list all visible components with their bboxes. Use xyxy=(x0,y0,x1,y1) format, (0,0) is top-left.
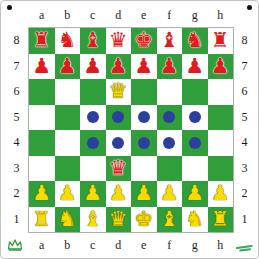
square-g2[interactable]: ♟ xyxy=(182,181,208,207)
square-h7[interactable]: ♟ xyxy=(208,54,234,80)
rank-label-2: 2 xyxy=(6,181,27,207)
square-e8[interactable]: ♚ xyxy=(131,28,157,54)
square-d4[interactable] xyxy=(106,130,132,156)
square-e7[interactable]: ♟ xyxy=(131,54,157,80)
rank-label-6: 6 xyxy=(234,79,255,105)
file-labels-bottom: abcdefgh xyxy=(29,234,233,256)
square-e3[interactable] xyxy=(131,156,157,182)
rank-labels-right: 87654321 xyxy=(234,28,255,232)
square-a8[interactable]: ♜ xyxy=(29,28,55,54)
file-label-h: h xyxy=(208,4,234,26)
piece-red-pawn[interactable]: ♟ xyxy=(134,54,153,80)
piece-red-pawn[interactable]: ♟ xyxy=(83,54,102,80)
file-label-g: g xyxy=(182,234,208,256)
move-dot xyxy=(112,111,124,123)
square-h8[interactable]: ♜ xyxy=(208,28,234,54)
piece-yellow-pawn[interactable]: ♟ xyxy=(185,181,204,207)
piece-red-pawn[interactable]: ♟ xyxy=(58,54,77,80)
piece-red-pawn[interactable]: ♟ xyxy=(109,54,128,80)
rank-label-8: 8 xyxy=(234,28,255,54)
rank-label-5: 5 xyxy=(234,105,255,131)
square-b3[interactable] xyxy=(55,156,81,182)
move-dot xyxy=(87,137,99,149)
piece-red-bishop[interactable]: ♝ xyxy=(160,28,179,54)
rank-label-7: 7 xyxy=(234,54,255,80)
piece-yellow-pawn[interactable]: ♟ xyxy=(83,181,102,207)
square-d1[interactable]: ♛ xyxy=(106,207,132,233)
piece-yellow-queen[interactable]: ♛ xyxy=(109,79,128,105)
rank-label-4: 4 xyxy=(234,130,255,156)
file-label-f: f xyxy=(157,4,183,26)
square-b6[interactable] xyxy=(55,79,81,105)
move-dot xyxy=(112,137,124,149)
rank-label-8: 8 xyxy=(6,28,27,54)
square-c8[interactable]: ♝ xyxy=(80,28,106,54)
file-label-b: b xyxy=(55,4,81,26)
square-f6[interactable] xyxy=(157,79,183,105)
square-g1[interactable]: ♞ xyxy=(182,207,208,233)
rank-label-6: 6 xyxy=(6,79,27,105)
file-label-d: d xyxy=(106,234,132,256)
square-f5[interactable] xyxy=(157,105,183,131)
move-dot xyxy=(163,137,175,149)
piece-yellow-bishop[interactable]: ♝ xyxy=(83,207,102,233)
file-label-e: e xyxy=(131,4,157,26)
square-c3[interactable] xyxy=(80,156,106,182)
rank-label-5: 5 xyxy=(6,105,27,131)
file-label-a: a xyxy=(29,4,55,26)
rank-label-7: 7 xyxy=(6,54,27,80)
piece-yellow-knight[interactable]: ♞ xyxy=(185,207,204,233)
file-label-g: g xyxy=(182,4,208,26)
square-g7[interactable]: ♟ xyxy=(182,54,208,80)
mounting-pin-icon xyxy=(7,5,12,10)
rank-labels-left: 87654321 xyxy=(6,28,27,232)
square-c6[interactable] xyxy=(80,79,106,105)
square-c1[interactable]: ♝ xyxy=(80,207,106,233)
piece-red-pawn[interactable]: ♟ xyxy=(185,54,204,80)
square-g6[interactable] xyxy=(182,79,208,105)
square-c5[interactable] xyxy=(80,105,106,131)
square-a1[interactable]: ♜ xyxy=(29,207,55,233)
file-label-b: b xyxy=(55,234,81,256)
square-h1[interactable]: ♜ xyxy=(208,207,234,233)
square-d7[interactable]: ♟ xyxy=(106,54,132,80)
piece-yellow-pawn[interactable]: ♟ xyxy=(211,181,230,207)
file-label-c: c xyxy=(80,4,106,26)
piece-red-rook[interactable]: ♜ xyxy=(211,28,230,54)
square-d5[interactable] xyxy=(106,105,132,131)
move-dot xyxy=(138,111,150,123)
square-c2[interactable]: ♟ xyxy=(80,181,106,207)
piece-yellow-bishop[interactable]: ♝ xyxy=(160,207,179,233)
square-g4[interactable] xyxy=(182,130,208,156)
square-b8[interactable]: ♞ xyxy=(55,28,81,54)
square-h6[interactable] xyxy=(208,79,234,105)
piece-red-king[interactable]: ♚ xyxy=(134,28,153,54)
piece-yellow-pawn[interactable]: ♟ xyxy=(109,181,128,207)
demo-chess-board: abcdefgh 87654321 87654321 abcdefgh ♜♞♝♛… xyxy=(0,0,259,259)
file-label-f: f xyxy=(157,234,183,256)
piece-red-pawn[interactable]: ♟ xyxy=(32,54,51,80)
square-e4[interactable] xyxy=(131,130,157,156)
piece-yellow-pawn[interactable]: ♟ xyxy=(134,181,153,207)
piece-red-bishop[interactable]: ♝ xyxy=(83,28,102,54)
square-g5[interactable] xyxy=(182,105,208,131)
square-e2[interactable]: ♟ xyxy=(131,181,157,207)
piece-red-rook[interactable]: ♜ xyxy=(32,28,51,54)
piece-red-queen[interactable]: ♛ xyxy=(109,28,128,54)
piece-yellow-pawn[interactable]: ♟ xyxy=(32,181,51,207)
rank-label-1: 1 xyxy=(234,207,255,233)
mounting-pin-icon xyxy=(247,5,252,10)
square-d8[interactable]: ♛ xyxy=(106,28,132,54)
piece-yellow-pawn[interactable]: ♟ xyxy=(160,181,179,207)
rank-label-3: 3 xyxy=(234,156,255,182)
square-d6[interactable]: ♛ xyxy=(106,79,132,105)
square-f3[interactable] xyxy=(157,156,183,182)
square-b2[interactable]: ♟ xyxy=(55,181,81,207)
chess-board-grid: ♜♞♝♛♚♝♞♜♟♟♟♟♟♟♟♟♛♛♟♟♟♟♟♟♟♟♜♞♝♛♚♝♞♜ xyxy=(28,27,234,233)
piece-yellow-rook[interactable]: ♜ xyxy=(211,207,230,233)
move-dot xyxy=(189,111,201,123)
piece-red-queen[interactable]: ♛ xyxy=(109,156,128,182)
square-h5[interactable] xyxy=(208,105,234,131)
square-c4[interactable] xyxy=(80,130,106,156)
piece-red-knight[interactable]: ♞ xyxy=(185,28,204,54)
square-b5[interactable] xyxy=(55,105,81,131)
rank-label-3: 3 xyxy=(6,156,27,182)
file-label-d: d xyxy=(106,4,132,26)
square-e6[interactable] xyxy=(131,79,157,105)
rank-label-4: 4 xyxy=(6,130,27,156)
rank-label-1: 1 xyxy=(6,207,27,233)
square-b1[interactable]: ♞ xyxy=(55,207,81,233)
square-b4[interactable] xyxy=(55,130,81,156)
crown-logo-icon xyxy=(7,238,23,251)
square-a2[interactable]: ♟ xyxy=(29,181,55,207)
square-f7[interactable]: ♟ xyxy=(157,54,183,80)
piece-yellow-queen[interactable]: ♛ xyxy=(109,207,128,233)
square-a3[interactable] xyxy=(29,156,55,182)
file-label-a: a xyxy=(29,234,55,256)
square-d2[interactable]: ♟ xyxy=(106,181,132,207)
piece-red-pawn[interactable]: ♟ xyxy=(211,54,230,80)
move-dot xyxy=(87,111,99,123)
square-c7[interactable]: ♟ xyxy=(80,54,106,80)
square-f8[interactable]: ♝ xyxy=(157,28,183,54)
piece-red-knight[interactable]: ♞ xyxy=(58,28,77,54)
square-h4[interactable] xyxy=(208,130,234,156)
square-h2[interactable]: ♟ xyxy=(208,181,234,207)
square-f4[interactable] xyxy=(157,130,183,156)
brand-mark xyxy=(235,243,253,254)
file-label-c: c xyxy=(80,234,106,256)
piece-yellow-knight[interactable]: ♞ xyxy=(58,207,77,233)
piece-yellow-king[interactable]: ♚ xyxy=(134,207,153,233)
piece-red-pawn[interactable]: ♟ xyxy=(160,54,179,80)
square-h3[interactable] xyxy=(208,156,234,182)
square-a4[interactable] xyxy=(29,130,55,156)
piece-yellow-rook[interactable]: ♜ xyxy=(32,207,51,233)
square-e5[interactable] xyxy=(131,105,157,131)
square-a6[interactable] xyxy=(29,79,55,105)
square-a7[interactable]: ♟ xyxy=(29,54,55,80)
square-b7[interactable]: ♟ xyxy=(55,54,81,80)
rank-label-2: 2 xyxy=(234,181,255,207)
file-labels-top: abcdefgh xyxy=(29,4,233,26)
file-label-e: e xyxy=(131,234,157,256)
square-f2[interactable]: ♟ xyxy=(157,181,183,207)
square-a5[interactable] xyxy=(29,105,55,131)
move-dot xyxy=(138,137,150,149)
square-e1[interactable]: ♚ xyxy=(131,207,157,233)
square-d3[interactable]: ♛ xyxy=(106,156,132,182)
piece-yellow-pawn[interactable]: ♟ xyxy=(58,181,77,207)
move-dot xyxy=(189,137,201,149)
square-g3[interactable] xyxy=(182,156,208,182)
move-dot xyxy=(163,111,175,123)
file-label-h: h xyxy=(208,234,234,256)
square-f1[interactable]: ♝ xyxy=(157,207,183,233)
square-g8[interactable]: ♞ xyxy=(182,28,208,54)
